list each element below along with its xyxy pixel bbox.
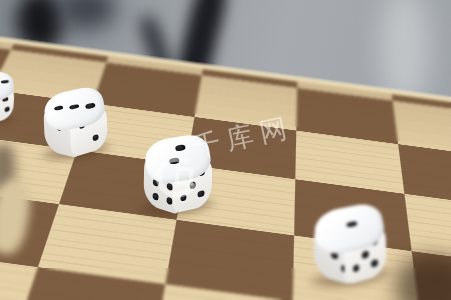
pip bbox=[189, 181, 195, 189]
pip bbox=[85, 103, 95, 109]
pip bbox=[362, 251, 369, 260]
pip bbox=[175, 144, 186, 151]
pip bbox=[197, 190, 203, 198]
background-blob-gray bbox=[58, 0, 116, 30]
pip bbox=[153, 191, 159, 200]
pip bbox=[4, 106, 10, 111]
die-a[interactable] bbox=[43, 89, 108, 157]
pip bbox=[1, 80, 10, 84]
pip bbox=[169, 158, 180, 165]
pip bbox=[93, 134, 99, 142]
pip bbox=[353, 264, 360, 273]
pip bbox=[346, 220, 358, 227]
pip bbox=[371, 259, 378, 268]
scene: 千库网 bbox=[0, 0, 451, 300]
die-b[interactable] bbox=[143, 136, 212, 212]
pip bbox=[180, 194, 186, 202]
pip bbox=[53, 105, 63, 111]
die-c[interactable] bbox=[313, 206, 386, 283]
dark-corner-shadow bbox=[396, 256, 451, 300]
pip bbox=[69, 104, 79, 110]
partial-die-left-edge[interactable] bbox=[0, 71, 16, 125]
